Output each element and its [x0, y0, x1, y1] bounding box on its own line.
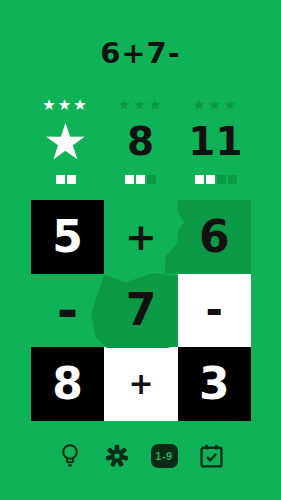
star-icon: ★: [133, 96, 148, 114]
progress-square: [125, 175, 134, 184]
toolbar: 1-9: [0, 443, 281, 469]
star-rating: ★★★: [192, 94, 238, 116]
cell-r1c2[interactable]: -: [178, 274, 251, 348]
puzzle-grid: 5 + 6 - 7 - 8 + 3: [31, 200, 251, 421]
level-header: ★★★ ★ ★★★ 8 ★★★ 11: [0, 94, 281, 184]
gear-icon: [105, 444, 129, 468]
progress-square: [67, 175, 76, 184]
level-column-solved: ★★★ ★: [31, 94, 100, 184]
progress-square: [206, 175, 215, 184]
star-icon: ★: [192, 96, 207, 114]
target-number: 8: [127, 120, 154, 164]
daily-puzzles-button[interactable]: [198, 443, 225, 469]
progress-square: [56, 175, 65, 184]
settings-button[interactable]: [104, 443, 131, 469]
progress-squares: [195, 175, 237, 184]
level-column-11: ★★★ 11: [181, 94, 250, 184]
progress-squares: [125, 175, 156, 184]
progress-square: [136, 175, 145, 184]
hint-button[interactable]: [57, 443, 84, 469]
cell-r0c2[interactable]: 6: [178, 200, 251, 274]
progress-square: [228, 175, 237, 184]
star-icon: ★: [42, 96, 57, 114]
progress-squares: [56, 175, 76, 184]
big-star-icon: ★: [43, 117, 88, 167]
star-icon: ★: [208, 96, 223, 114]
calendar-check-icon: [200, 444, 223, 469]
cell-r2c0[interactable]: 8: [31, 347, 104, 421]
game-screen: 6+7- ★★★ ★ ★★★ 8 ★★★ 11: [0, 0, 281, 500]
cell-r2c2[interactable]: 3: [178, 347, 251, 421]
level-column-8: ★★★ 8: [106, 94, 175, 184]
level-title: 6+7-: [0, 36, 281, 70]
star-icon: ★: [117, 96, 132, 114]
cell-r0c0[interactable]: 5: [31, 200, 104, 274]
progress-square: [195, 175, 204, 184]
cell-r2c1[interactable]: +: [104, 347, 177, 421]
star-icon: ★: [223, 96, 238, 114]
target-number: 11: [188, 120, 242, 164]
star-icon: ★: [148, 96, 163, 114]
progress-square: [147, 175, 156, 184]
cell-r1c1[interactable]: 7: [104, 274, 177, 348]
lightbulb-icon: [60, 443, 80, 469]
star-icon: ★: [73, 96, 88, 114]
star-rating: ★★★: [117, 94, 163, 116]
number-range-button[interactable]: 1-9: [151, 443, 178, 469]
number-range-badge: 1-9: [151, 444, 178, 468]
star-icon: ★: [58, 96, 73, 114]
progress-square: [217, 175, 226, 184]
